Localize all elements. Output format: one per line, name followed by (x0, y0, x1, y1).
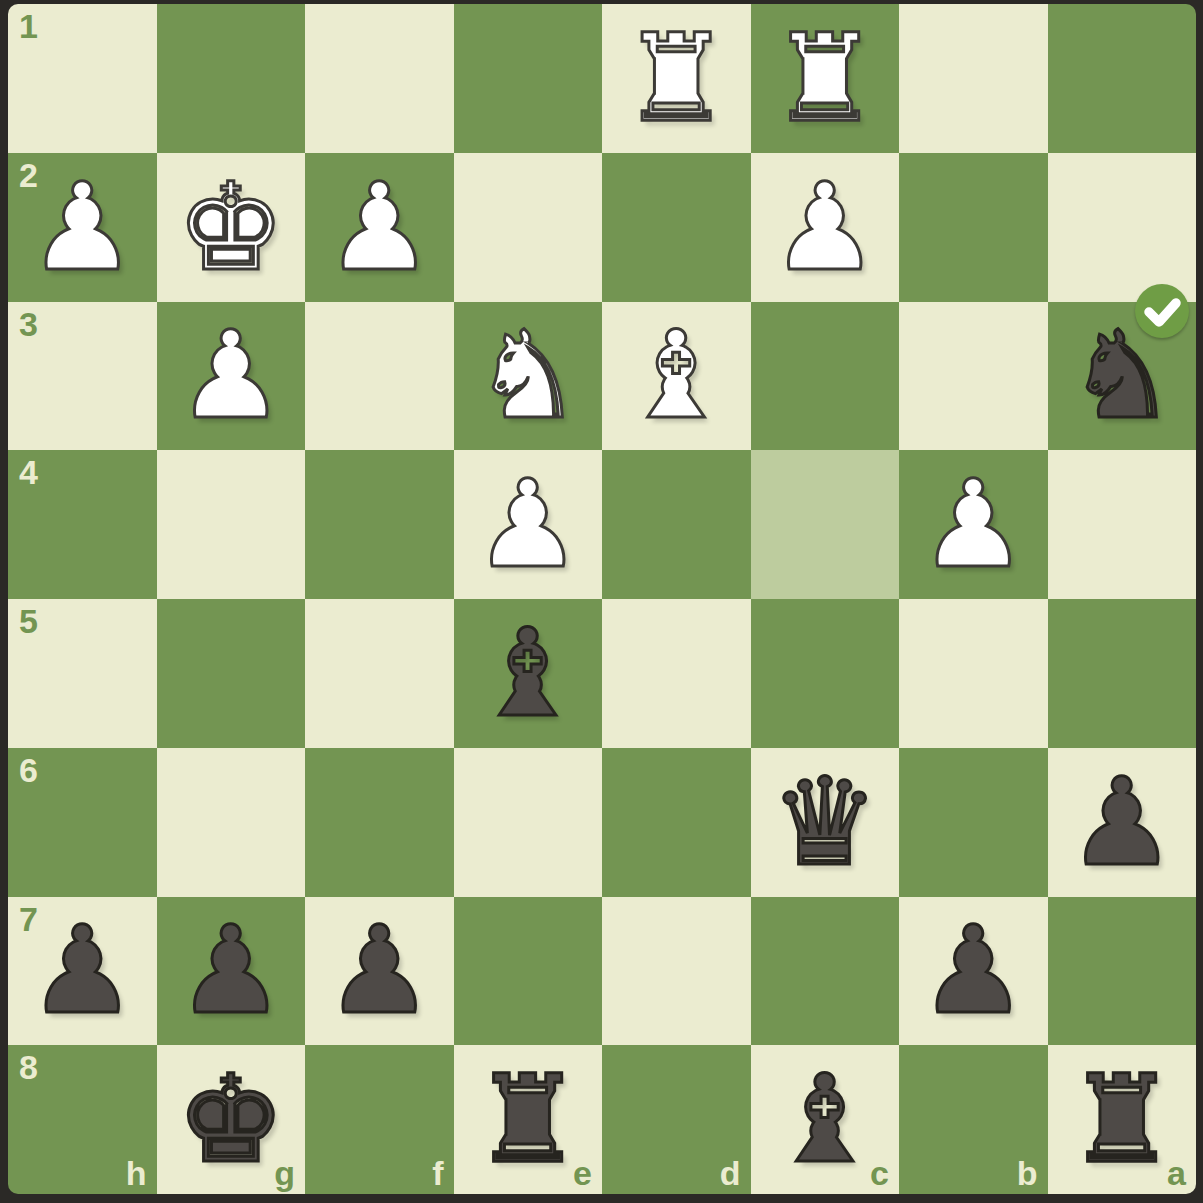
square-d1[interactable]: ♜ (602, 4, 751, 153)
black-bishop-e5[interactable]: ♝ (454, 599, 603, 748)
file-label-d: d (720, 1156, 741, 1190)
white-knight-e3[interactable]: ♞ (454, 302, 603, 451)
square-f2[interactable]: ♟ (305, 153, 454, 302)
square-g2[interactable]: ♚ (157, 153, 306, 302)
rank-label-6: 6 (19, 753, 38, 787)
square-a7[interactable] (1048, 897, 1197, 1046)
rank-label-4: 4 (19, 455, 38, 489)
square-c1[interactable]: ♜ (751, 4, 900, 153)
file-label-h: h (126, 1156, 147, 1190)
square-h7[interactable]: 7♟ (8, 897, 157, 1046)
square-b5[interactable] (899, 599, 1048, 748)
square-d2[interactable] (602, 153, 751, 302)
black-pawn-h7[interactable]: ♟ (8, 897, 157, 1046)
rank-label-5: 5 (19, 604, 38, 638)
white-rook-c1[interactable]: ♜ (751, 4, 900, 153)
white-pawn-b4[interactable]: ♟ (899, 450, 1048, 599)
white-rook-d1[interactable]: ♜ (602, 4, 751, 153)
square-f6[interactable] (305, 748, 454, 897)
square-f1[interactable] (305, 4, 454, 153)
square-b6[interactable] (899, 748, 1048, 897)
square-g6[interactable] (157, 748, 306, 897)
white-pawn-h2[interactable]: ♟ (8, 153, 157, 302)
black-queen-c6[interactable]: ♛ (751, 748, 900, 897)
black-pawn-g7[interactable]: ♟ (157, 897, 306, 1046)
white-pawn-c2[interactable]: ♟ (751, 153, 900, 302)
black-king-g8[interactable]: ♚ (157, 1045, 306, 1194)
square-c2[interactable]: ♟ (751, 153, 900, 302)
black-rook-a8[interactable]: ♜ (1048, 1045, 1197, 1194)
square-g4[interactable] (157, 450, 306, 599)
rank-label-1: 1 (19, 9, 38, 43)
black-pawn-a6[interactable]: ♟ (1048, 748, 1197, 897)
square-a2[interactable] (1048, 153, 1197, 302)
white-pawn-e4[interactable]: ♟ (454, 450, 603, 599)
square-c4[interactable] (751, 450, 900, 599)
square-h5[interactable]: 5 (8, 599, 157, 748)
square-g1[interactable] (157, 4, 306, 153)
square-f7[interactable]: ♟ (305, 897, 454, 1046)
square-e8[interactable]: e♜ (454, 1045, 603, 1194)
square-a4[interactable] (1048, 450, 1197, 599)
square-c7[interactable] (751, 897, 900, 1046)
square-e3[interactable]: ♞ (454, 302, 603, 451)
correct-move-check-icon (1135, 284, 1189, 338)
square-b3[interactable] (899, 302, 1048, 451)
square-d5[interactable] (602, 599, 751, 748)
square-f3[interactable] (305, 302, 454, 451)
square-h4[interactable]: 4 (8, 450, 157, 599)
square-h3[interactable]: 3 (8, 302, 157, 451)
square-f4[interactable] (305, 450, 454, 599)
square-f8[interactable]: f (305, 1045, 454, 1194)
square-g8[interactable]: g♚ (157, 1045, 306, 1194)
square-e1[interactable] (454, 4, 603, 153)
square-d6[interactable] (602, 748, 751, 897)
chess-board: 1♜♜2♟♚♟♟3♟♞♝♞4♟♟5♝6♛♟7♟♟♟♟8hg♚fe♜dc♝ba♜ (8, 4, 1196, 1194)
square-h8[interactable]: 8h (8, 1045, 157, 1194)
square-b1[interactable] (899, 4, 1048, 153)
black-bishop-c8[interactable]: ♝ (751, 1045, 900, 1194)
rank-label-3: 3 (19, 307, 38, 341)
square-c6[interactable]: ♛ (751, 748, 900, 897)
square-a5[interactable] (1048, 599, 1197, 748)
file-label-b: b (1017, 1156, 1038, 1190)
square-d3[interactable]: ♝ (602, 302, 751, 451)
square-h1[interactable]: 1 (8, 4, 157, 153)
square-e7[interactable] (454, 897, 603, 1046)
square-e2[interactable] (454, 153, 603, 302)
file-label-f: f (432, 1156, 443, 1190)
square-b2[interactable] (899, 153, 1048, 302)
square-a1[interactable] (1048, 4, 1197, 153)
square-c3[interactable] (751, 302, 900, 451)
square-b7[interactable]: ♟ (899, 897, 1048, 1046)
square-e6[interactable] (454, 748, 603, 897)
square-e5[interactable]: ♝ (454, 599, 603, 748)
square-g7[interactable]: ♟ (157, 897, 306, 1046)
square-a6[interactable]: ♟ (1048, 748, 1197, 897)
square-a8[interactable]: a♜ (1048, 1045, 1197, 1194)
square-d7[interactable] (602, 897, 751, 1046)
square-b8[interactable]: b (899, 1045, 1048, 1194)
black-pawn-b7[interactable]: ♟ (899, 897, 1048, 1046)
square-d8[interactable]: d (602, 1045, 751, 1194)
square-h6[interactable]: 6 (8, 748, 157, 897)
square-d4[interactable] (602, 450, 751, 599)
square-f5[interactable] (305, 599, 454, 748)
black-pawn-f7[interactable]: ♟ (305, 897, 454, 1046)
black-rook-e8[interactable]: ♜ (454, 1045, 603, 1194)
square-c8[interactable]: c♝ (751, 1045, 900, 1194)
square-h2[interactable]: 2♟ (8, 153, 157, 302)
square-b4[interactable]: ♟ (899, 450, 1048, 599)
white-king-g2[interactable]: ♚ (157, 153, 306, 302)
white-pawn-f2[interactable]: ♟ (305, 153, 454, 302)
square-g3[interactable]: ♟ (157, 302, 306, 451)
square-g5[interactable] (157, 599, 306, 748)
rank-label-8: 8 (19, 1050, 38, 1084)
square-e4[interactable]: ♟ (454, 450, 603, 599)
white-bishop-d3[interactable]: ♝ (602, 302, 751, 451)
square-c5[interactable] (751, 599, 900, 748)
white-pawn-g3[interactable]: ♟ (157, 302, 306, 451)
